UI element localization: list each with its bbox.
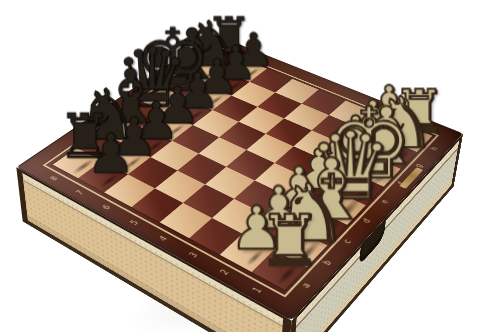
rank-label: 3 [189,252,200,259]
rank-label: 8 [50,176,60,182]
rank-label: 7 [76,190,86,196]
scene: 87654321abcdefgh ♜♞♝♛♚♝♞♜♟♟♟♟♟♟♟♟♟♟♟♟♟♟♟… [0,0,480,332]
rank-label: 6 [102,205,112,211]
rank-label: 5 [130,220,140,227]
rank-label: 4 [159,236,170,243]
rank-label: 1 [253,287,264,295]
white-rook-glyph: ♜ [258,205,321,275]
chess-set-photo: 87654321abcdefgh ♜♞♝♛♚♝♞♜♟♟♟♟♟♟♟♟♟♟♟♟♟♟♟… [0,0,480,332]
black-pawn-glyph: ♟ [86,127,135,181]
file-label: a [301,282,312,290]
chess-box: 87654321abcdefgh ♜♞♝♛♚♝♞♜♟♟♟♟♟♟♟♟♟♟♟♟♟♟♟… [16,34,463,321]
rank-label: 2 [220,269,231,277]
file-label: b [323,259,334,266]
